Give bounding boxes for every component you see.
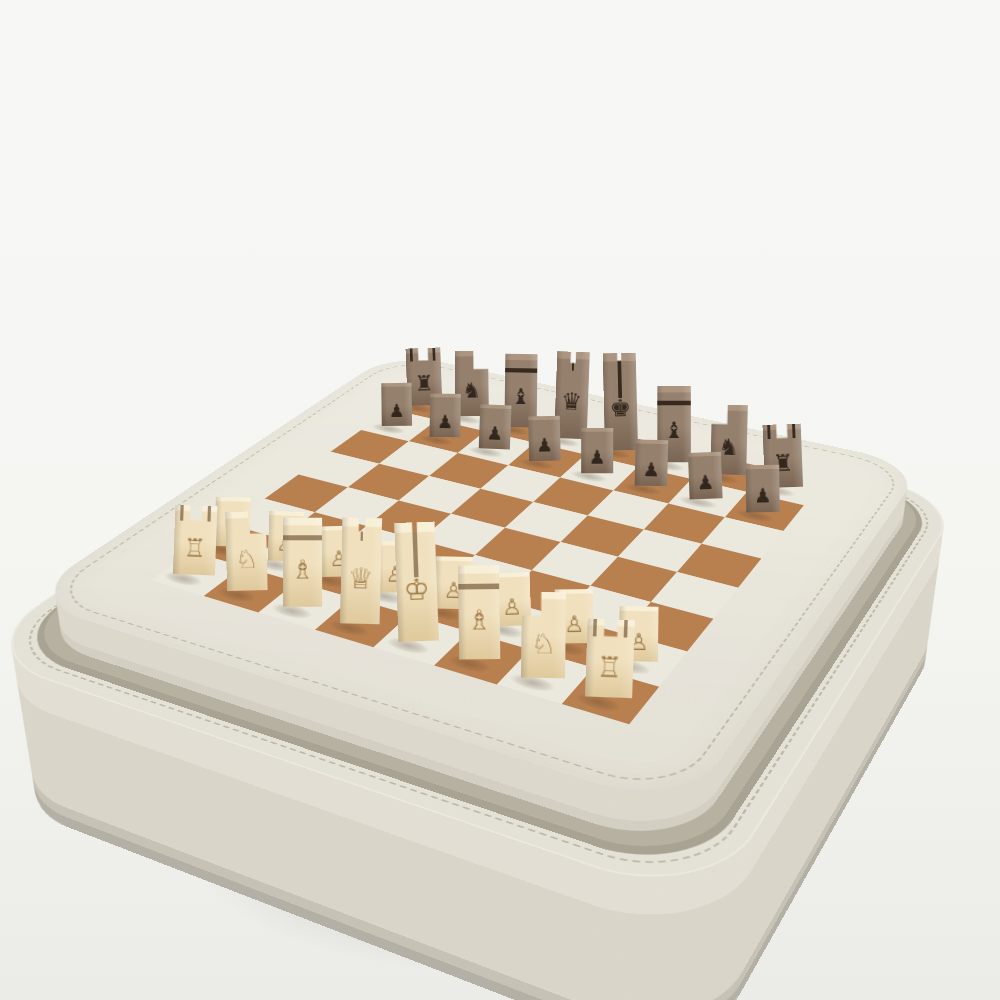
white-rook-a1: ♖ <box>173 505 218 576</box>
piece-glyph: ♟ <box>529 435 561 454</box>
piece-glyph: ♝ <box>657 420 691 442</box>
piece-glyph: ♔ <box>396 574 437 605</box>
black-pawn-b7: ♟ <box>430 394 461 438</box>
black-pawn-g7: ♟ <box>688 452 723 500</box>
black-pawn-h7: ♟ <box>746 465 780 513</box>
piece-glyph: ♟ <box>635 460 668 480</box>
black-pawn-a7: ♟ <box>381 383 412 426</box>
white-bishop-f1: ♗ <box>458 565 500 659</box>
black-pawn-c7: ♟ <box>479 404 512 449</box>
piece-glyph: ♗ <box>459 607 500 635</box>
perspective-camera: ♜♞♝♛♚♝♞♜♟♟♟♟♟♟♟♟♙♙♙♙♙♙♙♙♖♘♗♕♔♗♘♖ <box>0 0 1000 1000</box>
piece-glyph: ♟ <box>746 486 780 506</box>
piece-glyph: ♟ <box>430 413 461 431</box>
piece-glyph: ♟ <box>479 424 511 443</box>
white-queen-d1: ♕ <box>340 517 382 624</box>
piece-glyph: ♜ <box>406 373 442 395</box>
piece-glyph: ♛ <box>555 389 588 414</box>
piece-glyph: ♟ <box>689 472 723 493</box>
piece-glyph: ♗ <box>283 557 322 583</box>
piece-glyph: ♘ <box>521 629 566 657</box>
piece-glyph: ♖ <box>585 653 633 683</box>
white-bishop-c1: ♗ <box>283 518 322 607</box>
piece-glyph: ♟ <box>381 402 412 420</box>
piece-glyph: ♘ <box>226 546 267 573</box>
white-king-e1: ♔ <box>394 521 439 641</box>
piece-glyph: ♚ <box>604 395 638 420</box>
piece-glyph: ♟ <box>581 448 613 467</box>
piece-glyph: ♕ <box>341 564 381 594</box>
black-pawn-e7: ♟ <box>581 428 613 473</box>
piece-glyph: ♖ <box>173 535 216 562</box>
black-pawn-f7: ♟ <box>635 440 669 487</box>
product-photo: ♜♞♝♛♚♝♞♜♟♟♟♟♟♟♟♟♙♙♙♙♙♙♙♙♖♘♗♕♔♗♘♖ <box>0 0 1000 1000</box>
black-pawn-d7: ♟ <box>528 416 561 461</box>
